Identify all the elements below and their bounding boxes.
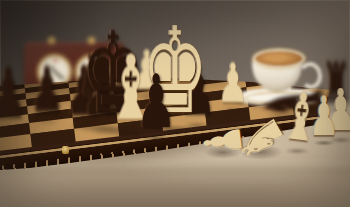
- chess-still-life-photo: ♟♟♟♞♚♝♟♟♚♟♟♜♝♞♝♟♟♟♞: [0, 0, 350, 207]
- white-pawn-piece: ♟: [218, 56, 248, 110]
- black-pawn-piece: ♟: [30, 59, 65, 121]
- black-pawn-piece: ♟: [0, 59, 27, 128]
- black-pawn-piece: ♟: [135, 64, 176, 138]
- piece-layer: ♟♟♟♞♚♝♟♟♚♟♟♜♝♞♝♟♟♟♞: [0, 0, 350, 207]
